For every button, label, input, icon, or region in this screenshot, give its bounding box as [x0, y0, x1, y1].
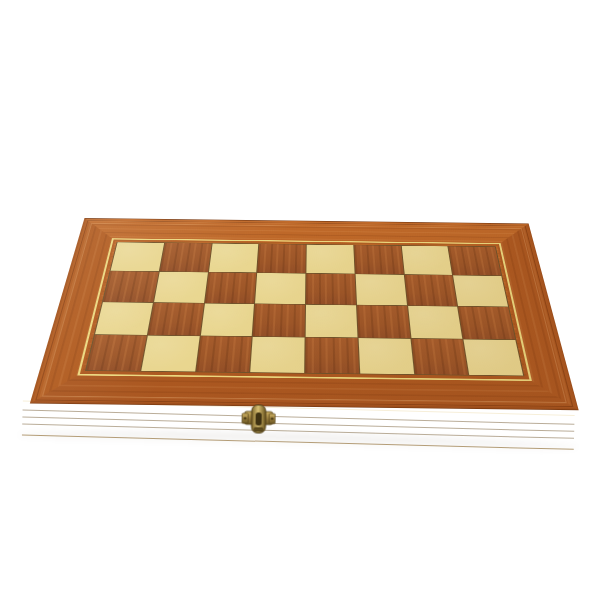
- square-r3c2-dark: [148, 303, 204, 336]
- square-r3c5-light: [306, 304, 358, 337]
- square-r2c6-light: [355, 274, 406, 305]
- square-r4c8-light: [464, 340, 523, 376]
- square-r2c7-dark: [404, 275, 457, 306]
- square-r3c6-dark: [357, 305, 410, 338]
- square-r4c2-light: [141, 336, 199, 372]
- square-r4c6-light: [358, 338, 413, 374]
- square-r3c1-light: [95, 302, 153, 335]
- square-r2c1-dark: [103, 271, 158, 302]
- square-r1c2-dark: [160, 243, 212, 272]
- folded-chess-box: [0, 0, 600, 600]
- square-r2c4-light: [255, 273, 305, 304]
- square-r1c8-dark: [449, 246, 502, 275]
- square-r3c3-light: [200, 303, 254, 336]
- square-r1c1-light: [111, 242, 164, 271]
- square-r1c6-dark: [354, 245, 403, 274]
- square-r4c1-dark: [86, 335, 146, 371]
- square-r3c7-light: [408, 306, 463, 339]
- lid-seam: [23, 410, 575, 425]
- square-r1c7-light: [401, 246, 452, 275]
- square-r1c4-dark: [257, 244, 305, 273]
- square-r4c3-dark: [196, 336, 252, 372]
- square-r1c5-light: [306, 245, 354, 274]
- checkerboard: [85, 242, 524, 377]
- square-r2c8-light: [453, 275, 508, 306]
- fold-seam: [22, 417, 574, 432]
- square-r4c4-light: [250, 337, 304, 373]
- chess-box-photo: [0, 0, 600, 600]
- square-r3c4-dark: [253, 304, 305, 337]
- square-r4c7-dark: [411, 339, 468, 375]
- square-r4c5-dark: [305, 338, 359, 374]
- square-r2c2-light: [154, 272, 208, 303]
- square-r2c3-dark: [205, 272, 257, 303]
- square-r2c5-dark: [306, 273, 356, 304]
- board-lid-top: [30, 218, 579, 410]
- square-r1c3-light: [209, 243, 259, 272]
- square-r3c8-dark: [458, 306, 515, 339]
- brass-clasp-icon: [241, 403, 275, 441]
- base-seam: [22, 424, 574, 439]
